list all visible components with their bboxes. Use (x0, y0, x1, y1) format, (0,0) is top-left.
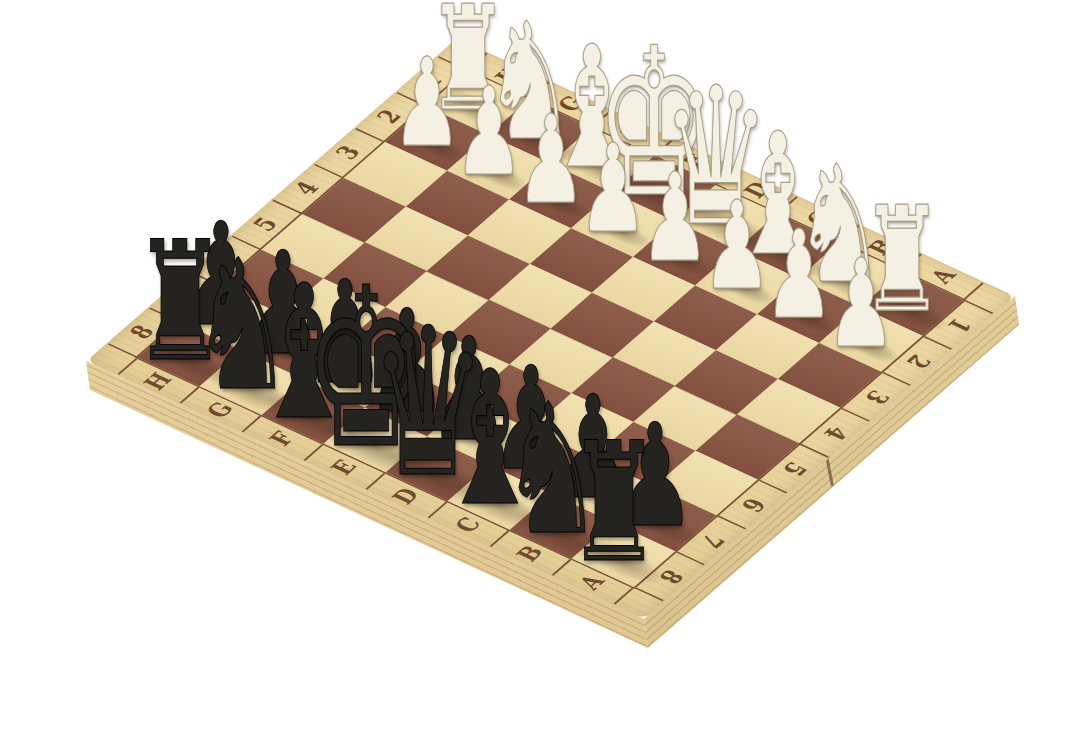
coordinate-label-2: 2 (900, 351, 937, 372)
coordinate-label-3: 3 (858, 387, 895, 408)
coordinate-label-6: 6 (735, 494, 772, 515)
coordinate-label-1: 1 (941, 315, 978, 336)
frame-tick (841, 408, 870, 422)
frame-tick (314, 164, 343, 178)
chess-set-photo: 1122334455667788HHGGFFEEDDCCBBAA ♜♞♝♛♚♝♞… (0, 0, 1080, 741)
piece-white-pawn-a2[interactable]: ♟ (826, 243, 896, 365)
frame-tick (759, 480, 788, 494)
piece-white-pawn-c2[interactable]: ♟ (702, 186, 772, 308)
piece-white-pawn-b2[interactable]: ♟ (764, 214, 834, 336)
piece-black-rook-a8[interactable]: ♜ (566, 421, 661, 586)
piece-white-pawn-e2[interactable]: ♟ (578, 128, 648, 250)
frame-tick (964, 283, 984, 300)
piece-white-pawn-g2[interactable]: ♟ (454, 71, 524, 193)
frame-tick (965, 300, 994, 314)
coordinate-label-4: 4 (817, 422, 854, 443)
coordinate-label-7: 7 (694, 530, 731, 551)
frame-tick (355, 128, 384, 142)
frame-tick (718, 516, 747, 530)
piece-white-pawn-f2[interactable]: ♟ (516, 99, 586, 221)
piece-white-pawn-d2[interactable]: ♟ (640, 157, 710, 279)
coordinate-label-5: 5 (776, 458, 813, 479)
piece-white-pawn-h2[interactable]: ♟ (392, 42, 462, 164)
